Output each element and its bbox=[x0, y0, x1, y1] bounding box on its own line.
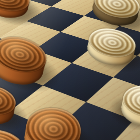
checkers-board-photo bbox=[0, 0, 140, 140]
